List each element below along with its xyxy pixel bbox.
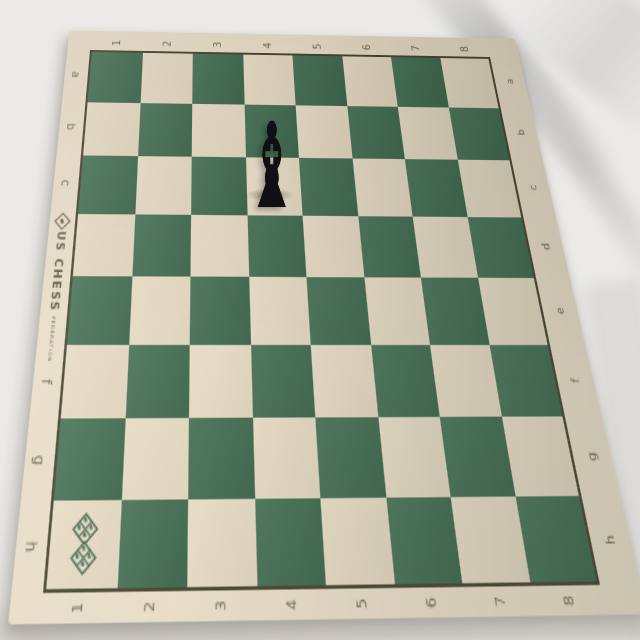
square-a2[interactable] [140, 53, 193, 103]
square-e3[interactable] [190, 277, 251, 345]
knight-icon: ♞ [81, 546, 87, 554]
us-chess-wordmark: US CHESS [48, 231, 68, 312]
square-b7[interactable] [398, 106, 458, 159]
square-c2[interactable] [135, 156, 192, 214]
square-a7[interactable] [391, 57, 448, 107]
square-d2[interactable] [132, 214, 191, 277]
table-surface: 12345678 12345678 abcfgh abcdefgh ♞ US C… [0, 0, 640, 640]
square-h3[interactable] [187, 498, 257, 587]
square-e2[interactable] [129, 276, 191, 344]
black-bishop[interactable]: ♝ [219, 107, 325, 225]
knight-icon: ♞ [77, 525, 83, 533]
square-g6[interactable] [378, 417, 451, 497]
square-a6[interactable] [342, 56, 398, 106]
square-f4[interactable] [250, 344, 315, 417]
square-b1[interactable] [83, 102, 140, 156]
knight-icon: ♞ [88, 525, 94, 533]
square-f6[interactable] [371, 344, 440, 417]
knight-icon: ♞ [75, 553, 81, 561]
square-g5[interactable] [315, 417, 385, 497]
knight-icon: ♞ [82, 532, 88, 540]
square-d1[interactable] [73, 213, 135, 276]
square-a8[interactable] [440, 58, 499, 108]
square-a3[interactable] [192, 54, 244, 104]
us-chess-corner-logo: ♞♞♞♞♞♞♞♞ [46, 499, 121, 589]
logo-diamond: ♞♞♞♞ [71, 541, 97, 575]
square-c1[interactable] [78, 155, 137, 213]
knight-icon: ♞ [83, 517, 89, 525]
square-b2[interactable] [138, 103, 193, 157]
square-f1[interactable] [61, 344, 129, 418]
square-g4[interactable] [252, 417, 320, 498]
square-h5[interactable] [320, 497, 394, 585]
square-f2[interactable] [125, 344, 190, 418]
square-e1[interactable] [67, 276, 132, 344]
square-c6[interactable] [352, 159, 412, 217]
knight-icon: ♞ [59, 218, 66, 225]
square-h8[interactable] [515, 495, 597, 582]
us-chess-logo-icon: ♞ [54, 213, 70, 230]
square-e6[interactable] [364, 277, 430, 344]
square-b8[interactable] [448, 107, 509, 160]
square-f3[interactable] [189, 344, 252, 418]
square-a5[interactable] [292, 55, 346, 105]
square-c8[interactable] [457, 160, 521, 217]
square-a1[interactable] [88, 52, 143, 103]
square-e5[interactable] [306, 277, 370, 344]
square-g1[interactable] [54, 418, 125, 500]
square-g3[interactable] [188, 418, 254, 499]
square-d8[interactable] [467, 216, 534, 278]
logo-diamond: ♞♞♞♞ [73, 513, 98, 546]
square-e8[interactable] [478, 278, 548, 345]
square-f8[interactable] [489, 344, 562, 416]
square-g2[interactable] [121, 418, 189, 499]
square-f5[interactable] [311, 344, 378, 417]
knight-icon: ♞ [80, 561, 86, 569]
square-e4[interactable] [249, 277, 311, 344]
us-chess-subtext: FEDERATION [47, 316, 56, 362]
knight-icon: ♞ [87, 553, 93, 561]
square-h4[interactable] [254, 497, 325, 586]
square-h1[interactable]: ♞♞♞♞♞♞♞♞ [46, 499, 121, 589]
square-h6[interactable] [386, 496, 463, 584]
square-h2[interactable] [117, 499, 188, 589]
square-b6[interactable] [347, 106, 405, 160]
black-bishop-glyph: ♝ [246, 107, 299, 225]
square-d6[interactable] [358, 216, 421, 278]
square-g8[interactable] [501, 416, 578, 495]
